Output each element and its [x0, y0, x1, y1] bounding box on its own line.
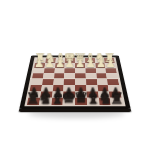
- board-square: [39, 98, 52, 105]
- board-square: [106, 68, 117, 73]
- chess-board: ♜♞♝♚♛♝♞♜♟♟♟♟♟♟♟♟♟♟♟♟♟♟♟♟♜♞♝♚♛♝♞♜: [27, 58, 123, 105]
- board-square: [110, 98, 123, 105]
- board-frame: ♜♞♝♚♛♝♞♜♟♟♟♟♟♟♟♟♟♟♟♟♟♟♟♟♜♞♝♚♛♝♞♜: [19, 55, 130, 109]
- board-square: [87, 98, 99, 105]
- board-square: [40, 91, 52, 98]
- board-square: [65, 68, 75, 73]
- board-square: [63, 98, 75, 105]
- board-square: [85, 68, 96, 73]
- board-square: [109, 91, 122, 98]
- board-square: [86, 91, 98, 98]
- board-square: [52, 85, 64, 91]
- board-square: [75, 68, 85, 73]
- board-square: [98, 91, 110, 98]
- board-square: [86, 85, 98, 91]
- board-square: [75, 98, 87, 105]
- board-square: [54, 68, 65, 73]
- board-square: [33, 68, 44, 73]
- board-square: [44, 68, 55, 73]
- scene: ♜♞♝♚♛♝♞♜♟♟♟♟♟♟♟♟♟♟♟♟♟♟♟♟♜♞♝♚♛♝♞♜: [0, 0, 150, 150]
- board-square: [97, 85, 109, 91]
- board-square: [98, 98, 111, 105]
- board-square: [64, 85, 75, 91]
- board-square: [51, 98, 63, 105]
- product-photo: ♜♞♝♚♛♝♞♜♟♟♟♟♟♟♟♟♟♟♟♟♟♟♟♟♜♞♝♚♛♝♞♜: [0, 0, 150, 150]
- board-square: [63, 91, 75, 98]
- chess-set: ♜♞♝♚♛♝♞♜♟♟♟♟♟♟♟♟♟♟♟♟♟♟♟♟♜♞♝♚♛♝♞♜: [19, 55, 130, 109]
- board-inner-border: ♜♞♝♚♛♝♞♜♟♟♟♟♟♟♟♟♟♟♟♟♟♟♟♟♜♞♝♚♛♝♞♜: [24, 57, 125, 106]
- board-square: [41, 85, 53, 91]
- board-square: [108, 85, 120, 91]
- board-square: [75, 91, 87, 98]
- board-square: [30, 85, 42, 91]
- board-square: [75, 85, 86, 91]
- board-square: [52, 91, 64, 98]
